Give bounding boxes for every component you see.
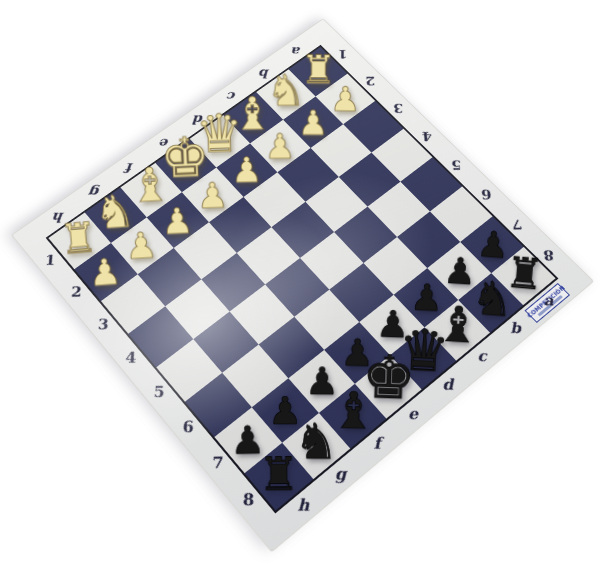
rank-label-6-near: 6 bbox=[183, 420, 195, 435]
piece-black-pawn-a7: ♟ bbox=[476, 226, 511, 264]
rank-label-1-near: 1 bbox=[45, 254, 57, 268]
piece-white-pawn-b2: ♟ bbox=[298, 106, 329, 140]
rank-label-1-far: 1 bbox=[338, 48, 348, 60]
piece-white-pawn-a2: ♟ bbox=[330, 82, 361, 116]
rank-label-2-far: 2 bbox=[365, 75, 375, 87]
rank-label-3-far: 3 bbox=[393, 102, 403, 114]
file-label-a-near: a bbox=[543, 294, 554, 308]
piece-white-pawn-d2: ♟ bbox=[231, 153, 263, 188]
file-label-c-near: c bbox=[477, 349, 487, 364]
rank-label-5-near: 5 bbox=[154, 385, 166, 400]
file-label-b-near: b bbox=[510, 321, 522, 335]
file-label-h-near: h bbox=[298, 497, 310, 513]
rank-label-7-near: 7 bbox=[213, 456, 225, 472]
rank-label-4-far: 4 bbox=[422, 130, 433, 142]
rank-label-8-near: 8 bbox=[243, 493, 255, 509]
rank-label-7-far: 7 bbox=[512, 218, 523, 231]
piece-white-pawn-f2: ♟ bbox=[160, 202, 193, 239]
photo-scene: COMPETICIÓN aa11bb22cc33dd44ee55ff66gg77… bbox=[0, 0, 600, 567]
piece-white-pawn-g2: ♟ bbox=[124, 228, 158, 266]
rank-label-4-near: 4 bbox=[125, 351, 137, 366]
piece-white-pawn-h2: ♟ bbox=[87, 253, 122, 292]
rank-label-3-near: 3 bbox=[98, 318, 110, 332]
rank-label-6-far: 6 bbox=[481, 188, 492, 201]
piece-white-pawn-c2: ♟ bbox=[265, 129, 296, 164]
piece-black-knight-g8: ♞ bbox=[294, 417, 339, 467]
rank-label-5-far: 5 bbox=[451, 158, 462, 171]
rank-label-2-near: 2 bbox=[71, 286, 83, 300]
piece-black-rook-h8: ♜ bbox=[258, 451, 299, 497]
piece-white-pawn-e2: ♟ bbox=[196, 177, 229, 213]
